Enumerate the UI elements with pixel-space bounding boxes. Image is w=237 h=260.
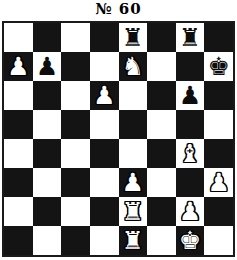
square-d2 — [90, 197, 119, 226]
square-g7 — [176, 52, 205, 81]
square-h1 — [204, 226, 233, 255]
black-king-piece: ♚ — [207, 54, 229, 79]
square-e7: ♞ — [119, 52, 148, 81]
square-h4 — [204, 139, 233, 168]
square-a1 — [4, 226, 33, 255]
square-d5 — [90, 110, 119, 139]
square-d6: ♟ — [90, 81, 119, 110]
white-pawn-piece: ♟ — [7, 54, 29, 79]
square-e6 — [119, 81, 148, 110]
square-a5 — [4, 110, 33, 139]
square-b3 — [33, 168, 62, 197]
puzzle-number: № 60 — [0, 0, 237, 21]
square-b1 — [33, 226, 62, 255]
square-f2 — [147, 197, 176, 226]
square-e2: ♜ — [119, 197, 148, 226]
square-g4: ♝ — [176, 139, 205, 168]
white-rook-piece: ♜ — [122, 228, 144, 253]
square-g5 — [176, 110, 205, 139]
square-d8 — [90, 23, 119, 52]
square-f7 — [147, 52, 176, 81]
square-a7: ♟ — [4, 52, 33, 81]
black-rook-piece: ♜ — [179, 25, 201, 50]
square-f1 — [147, 226, 176, 255]
square-b5 — [33, 110, 62, 139]
square-c4 — [61, 139, 90, 168]
square-a4 — [4, 139, 33, 168]
square-f3 — [147, 168, 176, 197]
square-b6 — [33, 81, 62, 110]
square-g1: ♚ — [176, 226, 205, 255]
square-f5 — [147, 110, 176, 139]
square-d1 — [90, 226, 119, 255]
square-h2 — [204, 197, 233, 226]
square-a2 — [4, 197, 33, 226]
square-a6 — [4, 81, 33, 110]
square-c7 — [61, 52, 90, 81]
square-f6 — [147, 81, 176, 110]
square-g3 — [176, 168, 205, 197]
black-pawn-piece: ♟ — [36, 54, 58, 79]
square-a8 — [4, 23, 33, 52]
square-e1: ♜ — [119, 226, 148, 255]
square-f4 — [147, 139, 176, 168]
square-h5 — [204, 110, 233, 139]
white-pawn-piece: ♟ — [179, 199, 201, 224]
square-h8 — [204, 23, 233, 52]
square-b7: ♟ — [33, 52, 62, 81]
puzzle-page: № 60 ♜♜♟♟♞♚♟♟♝♟♟♜♟♜♚ — [0, 0, 237, 260]
square-g8: ♜ — [176, 23, 205, 52]
square-h6 — [204, 81, 233, 110]
square-c8 — [61, 23, 90, 52]
square-h3: ♟ — [204, 168, 233, 197]
square-g2: ♟ — [176, 197, 205, 226]
square-c5 — [61, 110, 90, 139]
square-a3 — [4, 168, 33, 197]
square-d7 — [90, 52, 119, 81]
black-rook-piece: ♜ — [122, 25, 144, 50]
square-b8 — [33, 23, 62, 52]
white-pawn-piece: ♟ — [93, 83, 115, 108]
square-e8: ♜ — [119, 23, 148, 52]
white-king-piece: ♚ — [179, 228, 201, 253]
square-b2 — [33, 197, 62, 226]
square-c1 — [61, 226, 90, 255]
white-pawn-piece: ♟ — [122, 170, 144, 195]
square-h7: ♚ — [204, 52, 233, 81]
square-c2 — [61, 197, 90, 226]
square-d3 — [90, 168, 119, 197]
black-pawn-piece: ♟ — [179, 83, 201, 108]
square-e3: ♟ — [119, 168, 148, 197]
square-b4 — [33, 139, 62, 168]
square-d4 — [90, 139, 119, 168]
square-e5 — [119, 110, 148, 139]
white-knight-piece: ♞ — [122, 54, 144, 79]
chess-board: ♜♜♟♟♞♚♟♟♝♟♟♜♟♜♚ — [2, 21, 235, 257]
white-pawn-piece: ♟ — [207, 170, 229, 195]
square-g6: ♟ — [176, 81, 205, 110]
white-rook-piece: ♜ — [122, 199, 144, 224]
square-c3 — [61, 168, 90, 197]
square-e4 — [119, 139, 148, 168]
square-c6 — [61, 81, 90, 110]
white-bishop-piece: ♝ — [179, 141, 201, 166]
square-f8 — [147, 23, 176, 52]
